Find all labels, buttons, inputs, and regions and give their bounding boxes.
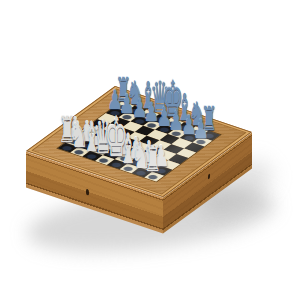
piece-white-rook[interactable]: ♜ (145, 141, 162, 177)
drawer-keyhole-icon[interactable] (86, 189, 89, 196)
piece-black-pawn[interactable]: ♟ (193, 115, 209, 142)
product-photo-chess-set: ♜♞♝♛♚♝♞♜♟♟♟♟♟♟♟♟♟♟♟♟♟♟♟♟♜♞♝♛♚♝♞♜ (0, 0, 296, 296)
drawer-keyhole-right-icon[interactable] (208, 173, 211, 180)
square-h1[interactable]: ♜ (144, 171, 164, 181)
